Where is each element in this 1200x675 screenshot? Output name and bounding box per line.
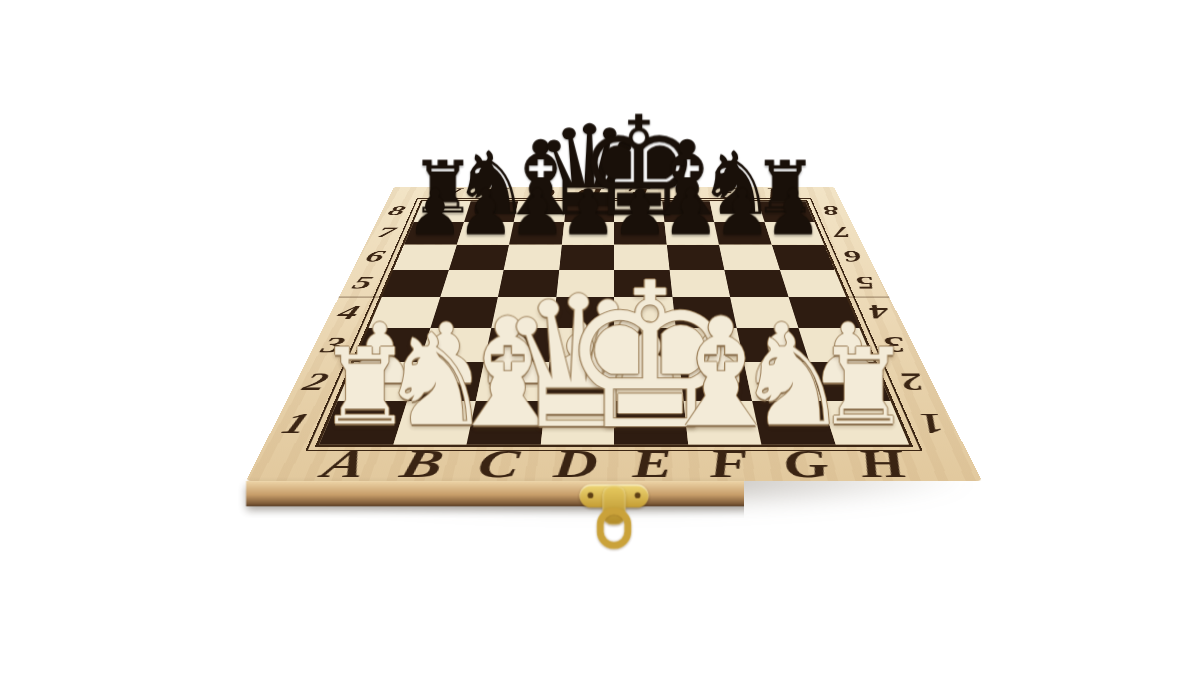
- file-label-top-c: C: [518, 188, 567, 199]
- product-photo: ABCDEFGH ABCDEFGH 87654321 87654321 ♜♞♝♛…: [0, 0, 1200, 675]
- file-labels-top: ABCDEFGH: [421, 188, 806, 199]
- file-label-bottom-c: C: [458, 449, 539, 478]
- square-h7[interactable]: ♟: [764, 222, 824, 245]
- file-label-bottom-h: H: [839, 449, 927, 478]
- file-label-top-e: E: [614, 188, 662, 199]
- file-label-top-d: D: [566, 188, 614, 199]
- file-label-top-g: G: [708, 188, 759, 199]
- clasp-screw-hole-left: [588, 492, 594, 498]
- scene: ABCDEFGH ABCDEFGH 87654321 87654321 ♜♞♝♛…: [339, 22, 889, 572]
- square-a5[interactable]: [382, 269, 449, 297]
- board-grid: ♜♞♝♛♚♝♞♜♟♟♟♟♟♟♟♟♟♟♟♟♟♟♟♟♜♞♝♛♚♝♞♜: [315, 200, 913, 446]
- brass-clasp: [577, 484, 651, 551]
- file-labels-bottom: ABCDEFGH: [301, 449, 927, 478]
- chess-board: ABCDEFGH ABCDEFGH 87654321 87654321 ♜♞♝♛…: [246, 187, 982, 481]
- file-label-bottom-d: D: [536, 449, 614, 478]
- clasp-loop: [597, 507, 631, 548]
- file-label-top-a: A: [421, 188, 473, 199]
- clasp-screw-hole-right: [635, 492, 641, 498]
- file-label-bottom-e: E: [614, 449, 692, 478]
- file-label-bottom-g: G: [764, 449, 849, 478]
- file-label-bottom-b: B: [379, 449, 464, 478]
- file-label-top-h: H: [755, 188, 807, 199]
- square-h5[interactable]: [779, 269, 846, 297]
- square-a6[interactable]: [394, 245, 457, 270]
- file-label-top-b: B: [469, 188, 520, 199]
- file-label-bottom-f: F: [689, 449, 770, 478]
- square-h6[interactable]: [771, 245, 834, 270]
- file-label-bottom-a: A: [301, 449, 389, 478]
- file-label-top-f: F: [661, 188, 710, 199]
- square-h1[interactable]: ♜: [821, 401, 909, 445]
